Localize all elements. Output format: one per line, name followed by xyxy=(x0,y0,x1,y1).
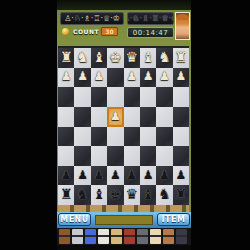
count-orb-icon xyxy=(62,28,69,35)
white-pawn[interactable]: ♟ xyxy=(77,70,88,82)
board-square[interactable] xyxy=(107,68,123,88)
black-rook[interactable]: ♜ xyxy=(60,187,73,201)
board-square[interactable]: ♟ xyxy=(140,68,156,88)
white-rook[interactable]: ♜ xyxy=(175,50,188,64)
board-square[interactable]: ♟ xyxy=(58,68,74,88)
board-square[interactable] xyxy=(74,87,90,107)
black-knight[interactable]: ♞ xyxy=(158,187,171,201)
board-square[interactable]: ♜ xyxy=(58,185,74,205)
board-square[interactable] xyxy=(173,146,189,166)
ad-banner[interactable] xyxy=(57,228,191,250)
board-square[interactable]: ♛ xyxy=(124,185,140,205)
black-bishop[interactable]: ♝ xyxy=(93,187,106,201)
white-pawn[interactable]: ♟ xyxy=(110,110,121,122)
menu-button[interactable]: MENU xyxy=(58,213,91,226)
board-square[interactable]: ♟ xyxy=(173,166,189,186)
board-square[interactable] xyxy=(124,127,140,147)
board-square[interactable] xyxy=(124,146,140,166)
board-square[interactable]: ♟ xyxy=(156,68,172,88)
board-square[interactable]: ♞ xyxy=(74,185,90,205)
white-pawn[interactable]: ♟ xyxy=(143,70,154,82)
board-square[interactable]: ♟ xyxy=(140,166,156,186)
chess-board[interactable]: ♜♞♝♚♛♝♞♜♟♟♟♟♟♟♟♟♟♟♟♟♟♟♟♟♜♞♝♚♛♝♞♜ xyxy=(58,46,189,205)
board-square[interactable] xyxy=(91,146,107,166)
bottom-bar: MENU ITEM xyxy=(57,212,191,228)
white-pawn[interactable]: ♟ xyxy=(159,70,170,82)
black-pawn[interactable]: ♟ xyxy=(94,169,105,181)
status-bar xyxy=(57,0,191,10)
black-pawn[interactable]: ♟ xyxy=(110,169,121,181)
white-captured-tray: ♙·♘·♗·♖·♕·♔ xyxy=(60,12,124,25)
black-pawn[interactable]: ♟ xyxy=(126,169,137,181)
board-square[interactable] xyxy=(58,127,74,147)
board-frame xyxy=(58,205,189,212)
board-square[interactable] xyxy=(140,127,156,147)
board-square[interactable] xyxy=(173,127,189,147)
board-square[interactable]: ♞ xyxy=(156,48,172,68)
black-pawn[interactable]: ♟ xyxy=(77,169,88,181)
board-square[interactable]: ♟ xyxy=(124,166,140,186)
board-square[interactable]: ♚ xyxy=(107,48,123,68)
board-square[interactable] xyxy=(173,107,189,127)
board-square[interactable]: ♝ xyxy=(91,185,107,205)
board-square[interactable] xyxy=(156,107,172,127)
screenshot-stage: ♙·♘·♗·♖·♕·♔ ♟·♞·♝·♜·♛·♚ COUNT 30 00:14:4… xyxy=(0,0,250,250)
board-square[interactable]: ♟ xyxy=(156,166,172,186)
board-square[interactable]: ♟ xyxy=(107,107,123,127)
board-square[interactable]: ♟ xyxy=(74,166,90,186)
board-square[interactable] xyxy=(140,146,156,166)
ad-sprite xyxy=(72,229,83,244)
black-captured-tray: ♟·♞·♝·♜·♛·♚ xyxy=(127,12,174,25)
white-knight[interactable]: ♞ xyxy=(158,50,171,64)
ad-sprite xyxy=(176,229,187,244)
player-avatar xyxy=(175,12,190,40)
bottom-bar-center-strip xyxy=(95,215,153,225)
ad-banner-footer xyxy=(57,245,191,250)
board-square[interactable] xyxy=(74,107,90,127)
black-knight[interactable]: ♞ xyxy=(76,187,89,201)
item-button[interactable]: ITEM xyxy=(157,213,190,226)
board-square[interactable] xyxy=(156,87,172,107)
black-pawn[interactable]: ♟ xyxy=(143,169,154,181)
black-queen[interactable]: ♛ xyxy=(125,187,138,201)
white-pawn[interactable]: ♟ xyxy=(61,70,72,82)
board-square[interactable] xyxy=(107,87,123,107)
white-queen[interactable]: ♛ xyxy=(125,50,138,64)
phone-screen: ♙·♘·♗·♖·♕·♔ ♟·♞·♝·♜·♛·♚ COUNT 30 00:14:4… xyxy=(57,0,191,250)
board-square[interactable] xyxy=(156,127,172,147)
board-square[interactable] xyxy=(74,146,90,166)
ad-sprite xyxy=(124,229,135,244)
black-tray-pieces: ♟·♞·♝·♜·♛·♚ xyxy=(127,15,174,23)
black-pawn[interactable]: ♟ xyxy=(61,169,72,181)
avatar-hair xyxy=(177,14,188,20)
ad-sprite xyxy=(98,229,109,244)
board-square[interactable]: ♟ xyxy=(124,68,140,88)
white-pawn[interactable]: ♟ xyxy=(175,70,186,82)
board-square[interactable]: ♟ xyxy=(91,166,107,186)
board-square[interactable]: ♜ xyxy=(173,185,189,205)
black-pawn[interactable]: ♟ xyxy=(175,169,186,181)
board-square[interactable] xyxy=(91,87,107,107)
count-label: COUNT xyxy=(73,28,99,35)
ad-sprite xyxy=(163,229,174,244)
board-square[interactable] xyxy=(124,107,140,127)
ad-sprite xyxy=(85,229,96,244)
board-square[interactable] xyxy=(58,87,74,107)
black-pawn[interactable]: ♟ xyxy=(159,169,170,181)
board-square[interactable]: ♟ xyxy=(74,68,90,88)
board-square[interactable]: ♟ xyxy=(91,68,107,88)
board-square[interactable] xyxy=(156,146,172,166)
count-value: 30 xyxy=(101,27,118,36)
board-square[interactable] xyxy=(124,87,140,107)
ad-sprite xyxy=(150,229,161,244)
board-square[interactable]: ♛ xyxy=(124,48,140,68)
board-square[interactable] xyxy=(140,107,156,127)
white-knight[interactable]: ♞ xyxy=(76,50,89,64)
ad-sprite xyxy=(111,229,122,244)
board-square[interactable]: ♟ xyxy=(173,68,189,88)
board-square[interactable]: ♝ xyxy=(140,48,156,68)
white-pawn[interactable]: ♟ xyxy=(94,70,105,82)
board-square[interactable]: ♜ xyxy=(173,48,189,68)
black-bishop[interactable]: ♝ xyxy=(142,187,155,201)
board-square[interactable] xyxy=(173,87,189,107)
board-square[interactable]: ♝ xyxy=(140,185,156,205)
board-square[interactable] xyxy=(58,146,74,166)
white-pawn[interactable]: ♟ xyxy=(126,70,137,82)
board-square[interactable]: ♟ xyxy=(107,166,123,186)
board-square[interactable] xyxy=(91,107,107,127)
board-square[interactable]: ♟ xyxy=(58,166,74,186)
game-timer: 00:14:47 xyxy=(127,27,174,38)
board-square[interactable] xyxy=(91,127,107,147)
board-square[interactable] xyxy=(107,146,123,166)
board-square[interactable] xyxy=(107,127,123,147)
white-tray-pieces: ♙·♘·♗·♖·♕·♔ xyxy=(64,15,120,23)
white-king[interactable]: ♚ xyxy=(109,50,122,64)
ad-sprite xyxy=(59,229,70,244)
board-square[interactable] xyxy=(140,87,156,107)
board-square[interactable] xyxy=(74,127,90,147)
black-king[interactable]: ♚ xyxy=(109,187,122,201)
white-rook[interactable]: ♜ xyxy=(60,50,73,64)
board-square[interactable]: ♝ xyxy=(91,48,107,68)
white-bishop[interactable]: ♝ xyxy=(93,50,106,64)
black-rook[interactable]: ♜ xyxy=(175,187,188,201)
white-bishop[interactable]: ♝ xyxy=(142,50,155,64)
board-square[interactable]: ♞ xyxy=(156,185,172,205)
ad-banner-sprites xyxy=(59,229,189,244)
board-square[interactable]: ♞ xyxy=(74,48,90,68)
board-square[interactable] xyxy=(58,107,74,127)
ad-sprite xyxy=(137,229,148,244)
board-square[interactable]: ♜ xyxy=(58,48,74,68)
board-square[interactable]: ♚ xyxy=(107,185,123,205)
